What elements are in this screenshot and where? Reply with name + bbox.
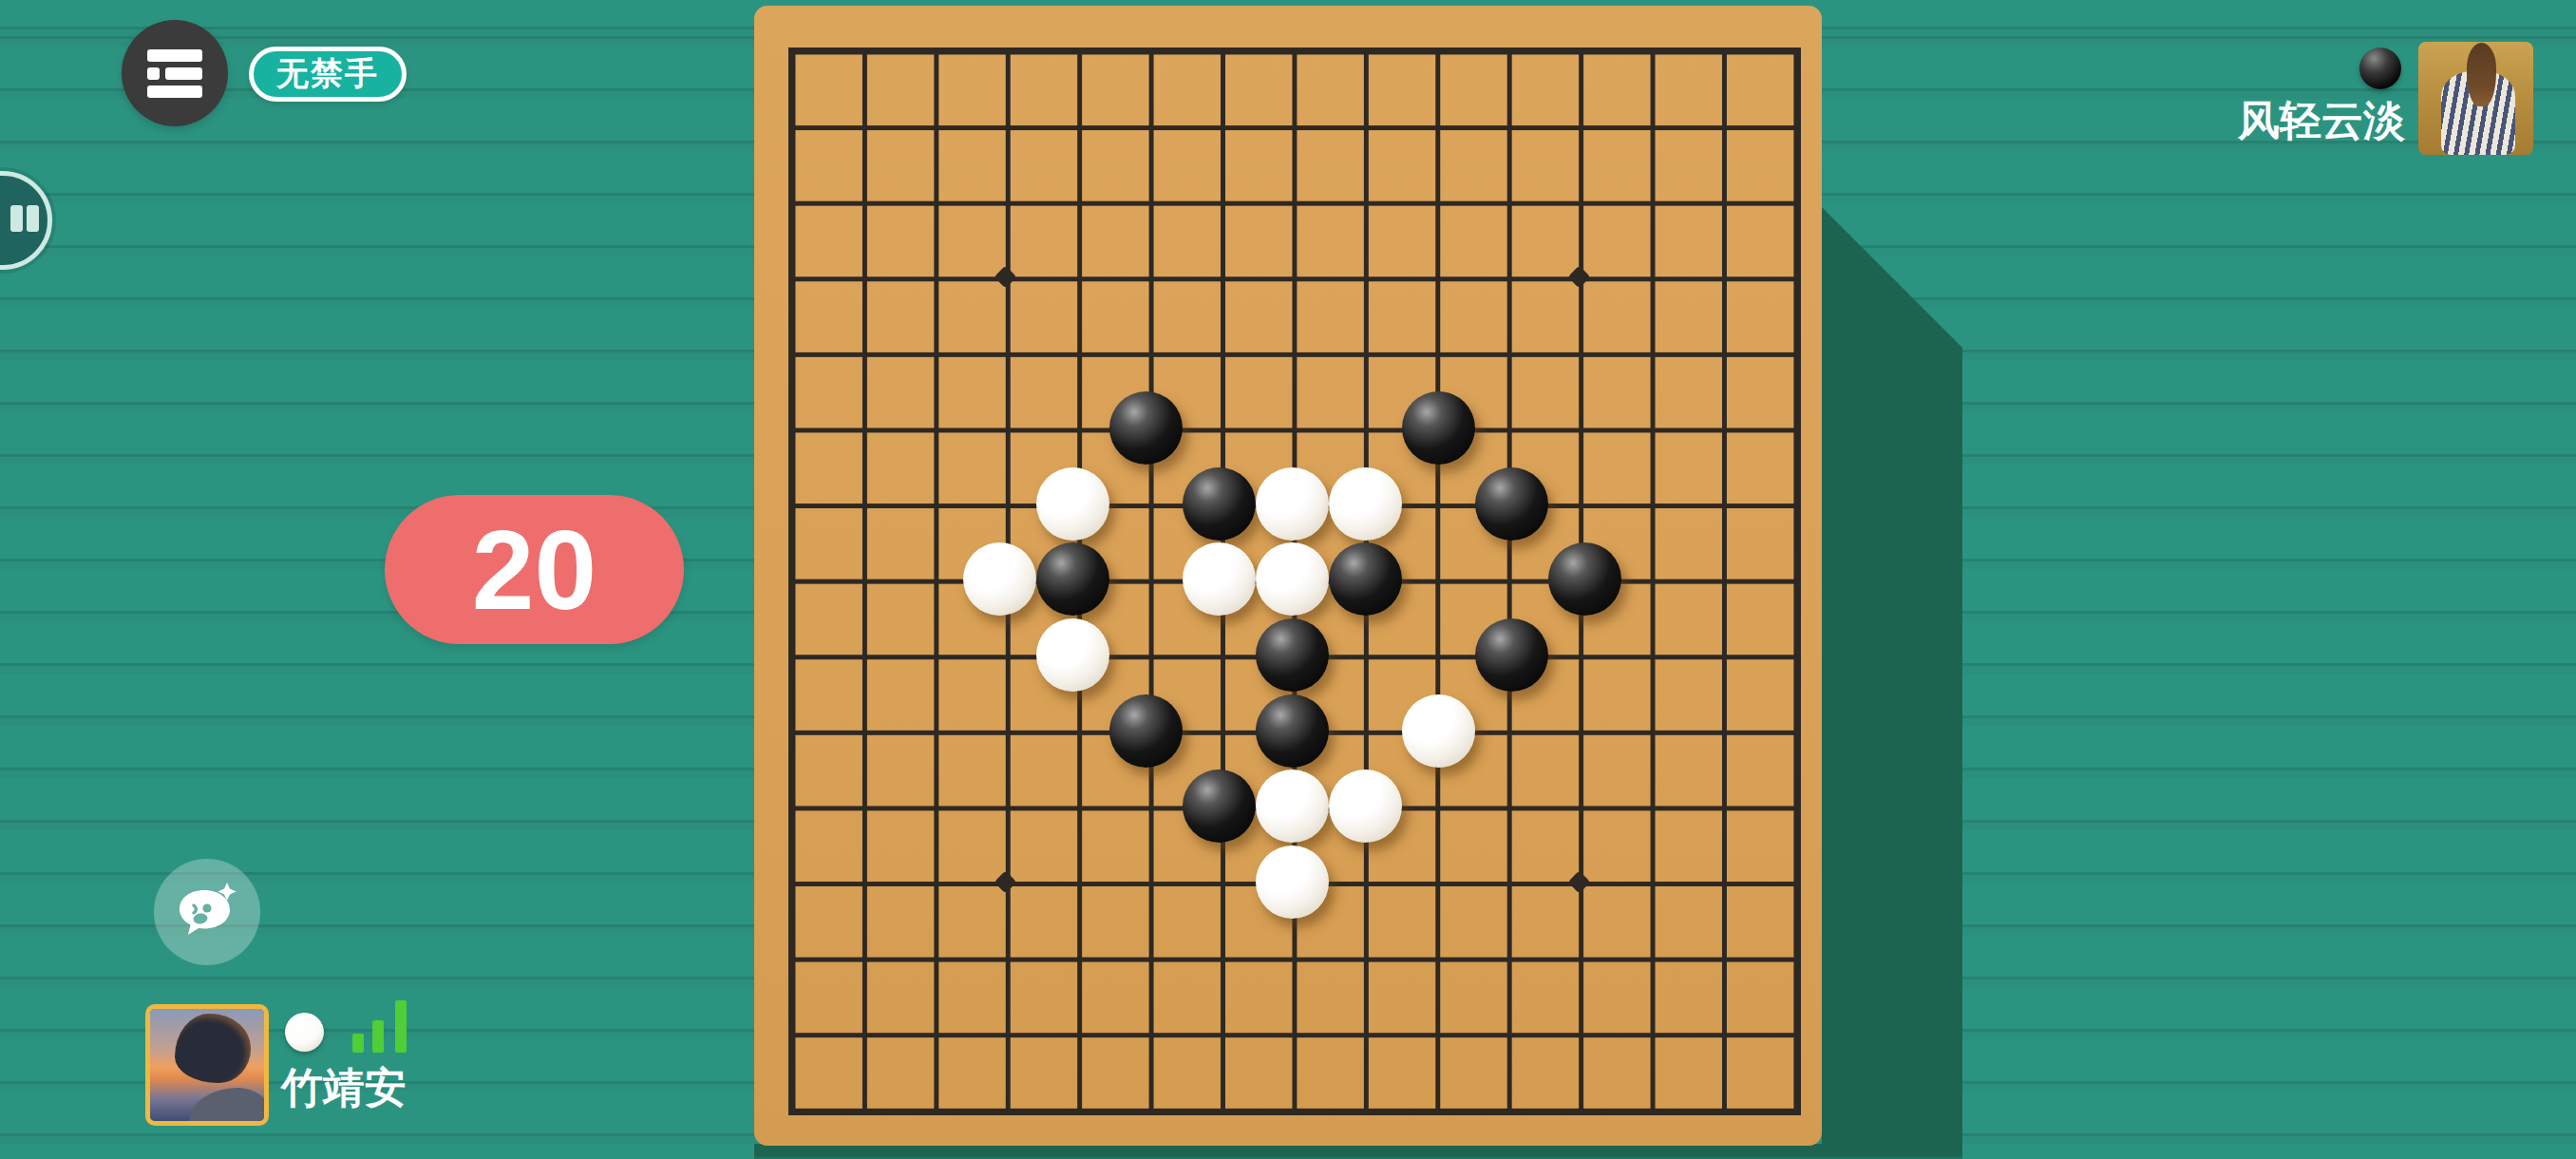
black-stone: ●: [1475, 618, 1548, 692]
side-drawer-handle[interactable]: [0, 171, 52, 270]
white-stone: ○: [1256, 845, 1329, 919]
white-stone: ○: [1256, 467, 1329, 541]
black-stone: ●: [1329, 542, 1402, 616]
white-stone: ○: [1256, 769, 1329, 843]
pause-bars-icon: [10, 205, 23, 232]
black-stone: ●: [1475, 467, 1548, 541]
black-stone: ●: [1183, 467, 1256, 541]
player-name-top: 风轻云淡: [2238, 93, 2405, 149]
menu-icon: [147, 85, 202, 98]
signal-strength-icon: [352, 999, 409, 1053]
avatar-photo: [2418, 42, 2533, 155]
white-stone: ○: [1402, 694, 1475, 768]
black-stone: ●: [1548, 542, 1621, 616]
white-stone: ○: [1329, 467, 1402, 541]
move-timer: 20: [385, 495, 684, 644]
black-stone: ●: [1109, 694, 1183, 768]
pause-bars-icon: [27, 205, 39, 232]
game-screen: ●●○●○○●○●○○●●○●●●●○●○○○ 无禁手 20 竹靖安 风轻云淡: [0, 0, 2576, 1159]
white-stone: ○: [963, 542, 1036, 616]
black-stone: ●: [1183, 769, 1256, 843]
black-stone: ●: [1036, 542, 1109, 616]
white-stone: ○: [1256, 542, 1329, 616]
white-stone: ○: [1329, 769, 1402, 843]
black-stone: ●: [1109, 391, 1183, 465]
avatar-photo: [150, 1009, 264, 1121]
chat-button[interactable]: [154, 859, 260, 965]
black-stone: ●: [1256, 618, 1329, 692]
player-name-bottom: 竹靖安: [281, 1060, 407, 1116]
black-stone: ●: [1402, 391, 1475, 465]
menu-icon: [147, 67, 202, 80]
avatar-top-player: [2418, 42, 2533, 155]
menu-icon: [147, 49, 202, 62]
chat-bubble-icon: [175, 883, 239, 941]
menu-button[interactable]: [122, 20, 228, 126]
black-stone-indicator: [2359, 47, 2401, 89]
white-stone: ○: [1183, 542, 1256, 616]
white-stone: ○: [1036, 467, 1109, 541]
rule-badge: 无禁手: [249, 47, 407, 102]
black-stone: ●: [1256, 694, 1329, 768]
stones-layer: ●●○●○○●○●○○●●○●●●●○●○○○: [755, 12, 1829, 1147]
gomoku-board[interactable]: ●●○●○○●○●○○●●○●●●●○●○○○: [754, 6, 1822, 1146]
white-stone-indicator: [285, 1013, 324, 1052]
white-stone: ○: [1036, 618, 1109, 692]
avatar-bottom-player: [145, 1004, 269, 1126]
